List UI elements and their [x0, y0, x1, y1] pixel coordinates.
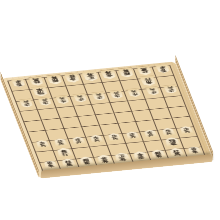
square-6f	[82, 125, 103, 136]
square-9g: 歩 兵	[32, 141, 53, 152]
piece-kanji: 金 将	[100, 156, 109, 163]
piece-kanji: 歩 兵	[23, 100, 31, 106]
piece-kanji: 歩 兵	[131, 90, 139, 96]
piece-sente-pawn[interactable]: 歩 兵	[53, 138, 69, 147]
piece-kanji: 銀 将	[122, 69, 131, 76]
piece-sente-lance[interactable]: 香 車	[186, 146, 202, 156]
square-4d	[110, 101, 131, 112]
piece-gote-silver[interactable]: 銀 将	[46, 74, 64, 84]
square-3a: 銀 将	[116, 69, 137, 80]
square-5g: 歩 兵	[104, 134, 125, 145]
piece-gote-gold[interactable]: 金 将	[64, 73, 82, 83]
square-9c: 歩 兵	[16, 100, 37, 111]
shogi-set-photo: 香 車桂 馬銀 将金 将王 将金 将銀 将桂 馬香 車飛 車角 行歩 兵歩 兵歩…	[0, 0, 220, 220]
piece-kanji: 桂 馬	[141, 67, 149, 74]
piece-kanji: 香 車	[159, 66, 167, 72]
piece-kanji: 香 車	[46, 161, 54, 167]
piece-kanji: 歩 兵	[75, 138, 83, 144]
piece-kanji: 銀 将	[50, 76, 59, 83]
square-4g: 歩 兵	[122, 132, 143, 143]
piece-kanji: 桂 馬	[64, 160, 72, 167]
piece-kanji: 玉 将	[118, 154, 127, 161]
piece-kanji: 飛 車	[168, 139, 177, 146]
piece-gote-pawn[interactable]: 歩 兵	[109, 90, 125, 99]
piece-gote-gold[interactable]: 金 将	[100, 69, 118, 79]
piece-sente-lance[interactable]: 香 車	[42, 160, 58, 170]
square-5e	[96, 113, 117, 124]
piece-gote-rook[interactable]: 飛 車	[31, 86, 50, 97]
piece-kanji: 飛 車	[36, 88, 45, 95]
piece-gote-bishop[interactable]: 角 行	[139, 76, 158, 87]
piece-kanji: 角 行	[144, 77, 153, 84]
piece-kanji: 歩 兵	[111, 134, 119, 140]
piece-kanji: 歩 兵	[59, 97, 67, 103]
piece-gote-pawn[interactable]: 歩 兵	[19, 99, 35, 108]
piece-gote-pawn[interactable]: 歩 兵	[127, 88, 143, 97]
piece-gote-knight[interactable]: 桂 馬	[136, 66, 153, 76]
piece-kanji: 香 車	[190, 147, 198, 153]
square-4f	[118, 122, 139, 133]
square-8d	[38, 108, 59, 119]
piece-gote-knight[interactable]: 桂 馬	[28, 76, 45, 86]
piece-kanji: 金 将	[104, 71, 113, 78]
piece-gote-pawn[interactable]: 歩 兵	[37, 97, 53, 106]
piece-kanji: 王 将	[86, 72, 95, 79]
piece-sente-pawn[interactable]: 歩 兵	[89, 134, 105, 143]
square-4e	[114, 112, 135, 123]
square-1d	[164, 96, 185, 107]
piece-sente-pawn[interactable]: 歩 兵	[179, 126, 195, 135]
piece-kanji: 桂 馬	[33, 78, 41, 85]
piece-kanji: 歩 兵	[183, 127, 191, 133]
piece-gote-lance[interactable]: 香 車	[155, 64, 171, 74]
piece-gote-pawn[interactable]: 歩 兵	[55, 95, 71, 104]
piece-sente-pawn[interactable]: 歩 兵	[125, 131, 141, 140]
piece-kanji: 歩 兵	[95, 93, 103, 99]
square-2f	[154, 118, 175, 129]
piece-kanji: 歩 兵	[165, 129, 173, 135]
square-5d	[92, 103, 113, 114]
piece-kanji: 歩 兵	[147, 131, 155, 137]
piece-kanji: 歩 兵	[149, 88, 157, 94]
piece-kanji: 歩 兵	[57, 139, 65, 145]
piece-gote-pawn[interactable]: 歩 兵	[91, 92, 107, 101]
piece-kanji: 歩 兵	[93, 136, 101, 142]
piece-kanji: 銀 将	[154, 151, 163, 158]
piece-gote-pawn[interactable]: 歩 兵	[73, 94, 89, 103]
piece-sente-bishop[interactable]: 角 行	[55, 147, 74, 158]
piece-kanji: 桂 馬	[172, 149, 180, 156]
piece-gote-silver[interactable]: 銀 将	[118, 67, 136, 77]
square-5f	[100, 124, 121, 135]
piece-kanji: 角 行	[60, 149, 69, 156]
board-perspective-wrap: 香 車桂 馬銀 将金 将王 将金 将銀 将桂 馬香 車飛 車角 行歩 兵歩 兵歩…	[0, 0, 220, 220]
square-7d	[56, 107, 77, 118]
square-5h	[108, 144, 129, 155]
piece-kanji: 金 将	[136, 152, 145, 159]
square-6e	[78, 115, 99, 126]
piece-kanji: 歩 兵	[41, 99, 49, 105]
piece-kanji: 歩 兵	[39, 141, 47, 147]
piece-kanji: 香 車	[15, 80, 23, 86]
piece-kanji: 歩 兵	[113, 92, 121, 98]
square-3h	[144, 140, 165, 151]
piece-kanji: 銀 将	[82, 158, 91, 165]
piece-sente-pawn[interactable]: 歩 兵	[107, 133, 123, 142]
piece-kanji: 金 将	[68, 74, 77, 81]
square-9e	[24, 120, 45, 131]
piece-sente-pawn[interactable]: 歩 兵	[143, 129, 159, 138]
shogi-board: 香 車桂 馬銀 将金 将王 将金 将銀 将桂 馬香 車飛 車角 行歩 兵歩 兵歩…	[0, 61, 214, 178]
piece-gote-pawn[interactable]: 歩 兵	[145, 87, 161, 96]
piece-gote-pawn[interactable]: 歩 兵	[163, 85, 179, 94]
square-6g: 歩 兵	[86, 135, 107, 146]
square-2e	[150, 108, 171, 119]
square-2g: 歩 兵	[158, 128, 179, 139]
square-3f	[136, 120, 157, 131]
piece-kanji: 歩 兵	[167, 86, 175, 92]
square-3e	[132, 110, 153, 121]
piece-gote-lance[interactable]: 香 車	[11, 78, 27, 88]
piece-kanji: 歩 兵	[77, 95, 85, 101]
piece-kanji: 歩 兵	[129, 132, 137, 138]
piece-sente-pawn[interactable]: 歩 兵	[35, 140, 51, 149]
square-1f	[172, 117, 193, 128]
square-6d	[74, 105, 95, 116]
